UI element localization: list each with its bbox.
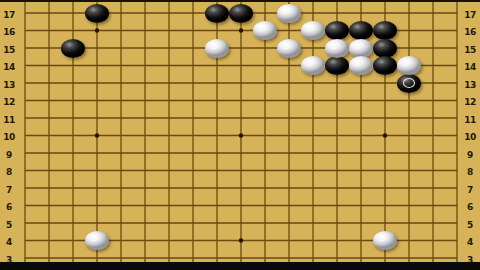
letterbox-bottom-bar: [0, 262, 480, 270]
black-stone: [397, 74, 421, 93]
black-stone: [325, 56, 349, 75]
white-stone: [205, 39, 229, 58]
black-stone: [85, 4, 109, 23]
white-stone: [373, 231, 397, 250]
white-stone: [277, 4, 301, 23]
black-stone: [205, 4, 229, 23]
black-stone: [373, 39, 397, 58]
black-stone: [373, 56, 397, 75]
white-stone: [325, 39, 349, 58]
white-stone: [85, 231, 109, 250]
go-video-frame: 17161514131211109876543 1716151413121110…: [0, 0, 480, 270]
white-stone: [301, 21, 325, 40]
white-stone: [277, 39, 301, 58]
go-board-surface[interactable]: [13, 4, 469, 267]
white-stone: [397, 56, 421, 75]
white-stone: [349, 39, 373, 58]
black-stone: [325, 21, 349, 40]
black-stone: [349, 21, 373, 40]
last-move-marker: [403, 78, 415, 88]
black-stone: [61, 39, 85, 58]
black-stone: [373, 21, 397, 40]
white-stone: [301, 56, 325, 75]
letterbox-top-bar: [0, 0, 480, 2]
white-stone: [253, 21, 277, 40]
white-stone: [349, 56, 373, 75]
black-stone: [229, 4, 253, 23]
